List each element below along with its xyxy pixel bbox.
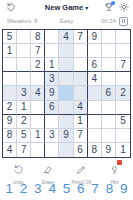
numpad-7[interactable]: 7: [89, 182, 102, 196]
cell-r8c6[interactable]: 7: [74, 129, 88, 143]
cell-r2c1[interactable]: 1: [3, 44, 17, 58]
cell-r5c2[interactable]: 3: [17, 86, 31, 100]
numpad-8[interactable]: 8: [103, 182, 116, 196]
cell-r2c6[interactable]: [74, 44, 88, 58]
cell-r9c5[interactable]: [59, 143, 73, 157]
cell-r8c7[interactable]: [88, 129, 102, 143]
cell-r5c1[interactable]: [3, 86, 17, 100]
cell-r1c2[interactable]: [17, 30, 31, 44]
cell-r4c1[interactable]: [3, 72, 17, 86]
cell-r6c5[interactable]: [59, 101, 73, 115]
cell-r2c9[interactable]: [116, 44, 130, 58]
undo-icon: [13, 161, 24, 179]
cell-r3c8[interactable]: [102, 58, 116, 72]
cell-r7c9[interactable]: 5: [116, 115, 130, 129]
cell-r8c5[interactable]: 9: [59, 129, 73, 143]
cell-r7c5[interactable]: [59, 115, 73, 129]
cell-r6c4[interactable]: 6: [45, 101, 59, 115]
cell-r5c3[interactable]: 4: [31, 86, 45, 100]
status-bar: Mistakes: 8 Easy 00:24: [0, 14, 133, 28]
cell-r4c7[interactable]: 4: [88, 72, 102, 86]
cell-r4c6[interactable]: [74, 72, 88, 86]
cell-r1c8[interactable]: [102, 30, 116, 44]
cell-r3c3[interactable]: 2: [31, 58, 45, 72]
top-bar: New Game ▾: [0, 0, 133, 14]
cell-r9c8[interactable]: 9: [102, 143, 116, 157]
cell-r1c7[interactable]: 9: [88, 30, 102, 44]
sudoku-grid: 58479172167343496221649215851397476891: [2, 29, 131, 158]
cell-r2c3[interactable]: 7: [31, 44, 45, 58]
cell-r8c9[interactable]: [116, 129, 130, 143]
cell-r8c2[interactable]: 5: [17, 129, 31, 143]
cell-r4c3[interactable]: [31, 72, 45, 86]
cell-r6c2[interactable]: 1: [17, 101, 31, 115]
cell-r3c5[interactable]: [59, 58, 73, 72]
cell-r5c5[interactable]: [59, 86, 73, 100]
cell-r1c3[interactable]: 8: [31, 30, 45, 44]
cell-r9c7[interactable]: 8: [88, 143, 102, 157]
numpad-1[interactable]: 1: [3, 182, 16, 196]
hint-badge: [117, 160, 122, 165]
cell-r1c9[interactable]: [116, 30, 130, 44]
cell-r2c7[interactable]: [88, 44, 102, 58]
cell-r2c5[interactable]: [59, 44, 73, 58]
cell-r8c8[interactable]: [102, 129, 116, 143]
cell-r6c9[interactable]: [116, 101, 130, 115]
cell-r3c7[interactable]: 6: [88, 58, 102, 72]
cell-r6c6[interactable]: 4: [74, 101, 88, 115]
difficulty-label: Easy: [60, 18, 73, 24]
chevron-down-icon: ▾: [85, 5, 88, 11]
cell-r4c9[interactable]: [116, 72, 130, 86]
new-game-button[interactable]: New Game ▾: [45, 3, 88, 12]
pause-button[interactable]: [119, 17, 128, 26]
cell-r2c2[interactable]: [17, 44, 31, 58]
numpad-2[interactable]: 2: [17, 182, 30, 196]
action-toolbar: Undo Erase Pencil Off Hint: [0, 160, 133, 179]
cell-r8c4[interactable]: 3: [45, 129, 59, 143]
cell-r8c3[interactable]: 1: [31, 129, 45, 143]
cell-r6c1[interactable]: 2: [3, 101, 17, 115]
cell-r5c6[interactable]: [74, 86, 88, 100]
cell-r3c6[interactable]: [74, 58, 88, 72]
numpad-4[interactable]: 4: [46, 182, 59, 196]
cell-r6c8[interactable]: [102, 101, 116, 115]
cell-r7c1[interactable]: 9: [3, 115, 17, 129]
page-title: New Game: [45, 3, 83, 12]
cell-r9c4[interactable]: [45, 143, 59, 157]
cell-r6c3[interactable]: [31, 101, 45, 115]
pencil-icon: [76, 161, 87, 179]
settings-button[interactable]: [118, 1, 130, 13]
cell-r3c2[interactable]: [17, 58, 31, 72]
cell-r5c7[interactable]: [88, 86, 102, 100]
cell-r1c6[interactable]: 7: [74, 30, 88, 44]
cell-r7c3[interactable]: [31, 115, 45, 129]
cell-r4c4[interactable]: 3: [45, 72, 59, 86]
cell-r7c7[interactable]: [88, 115, 102, 129]
cell-r3c9[interactable]: 7: [116, 58, 130, 72]
cell-r9c6[interactable]: 6: [74, 143, 88, 157]
eraser-icon: [42, 161, 53, 179]
numpad-5[interactable]: 5: [60, 182, 73, 196]
cell-r1c4[interactable]: [45, 30, 59, 44]
cell-r9c2[interactable]: 7: [17, 143, 31, 157]
awards-button[interactable]: [103, 1, 115, 13]
cell-r3c1[interactable]: [3, 58, 17, 72]
timer: 00:24: [101, 18, 116, 24]
cell-r2c4[interactable]: [45, 44, 59, 58]
mistakes-counter: Mistakes: 8: [7, 18, 37, 24]
cell-r7c8[interactable]: [102, 115, 116, 129]
cell-r9c9[interactable]: 1: [116, 143, 130, 157]
cell-r7c6[interactable]: 1: [74, 115, 88, 129]
cell-r9c1[interactable]: 4: [3, 143, 17, 157]
number-pad: 123456789: [0, 179, 133, 199]
cell-r4c8[interactable]: [102, 72, 116, 86]
cell-r3c4[interactable]: 1: [45, 58, 59, 72]
cell-r4c2[interactable]: [17, 72, 31, 86]
cell-r7c2[interactable]: 2: [17, 115, 31, 129]
cell-r8c1[interactable]: 8: [3, 129, 17, 143]
notification-dot: [111, 1, 115, 5]
cell-r4c5[interactable]: [59, 72, 73, 86]
cell-r6c7[interactable]: [88, 101, 102, 115]
back-button[interactable]: [5, 1, 17, 13]
cell-r9c3[interactable]: [31, 143, 45, 157]
cell-r5c8[interactable]: 6: [102, 86, 116, 100]
numpad-9[interactable]: 9: [117, 182, 130, 196]
cell-r5c4[interactable]: 9: [45, 86, 59, 100]
cell-r5c9[interactable]: 2: [116, 86, 130, 100]
numpad-6[interactable]: 6: [74, 182, 87, 196]
numpad-3[interactable]: 3: [31, 182, 44, 196]
cell-r7c4[interactable]: [45, 115, 59, 129]
cell-r1c1[interactable]: 5: [3, 30, 17, 44]
cell-r2c8[interactable]: [102, 44, 116, 58]
cell-r1c5[interactable]: 4: [59, 30, 73, 44]
